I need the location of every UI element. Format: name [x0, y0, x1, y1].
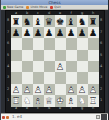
black-bishop-f8[interactable]: ♝ — [66, 16, 77, 27]
square-b6[interactable] — [22, 38, 33, 49]
square-e2[interactable] — [55, 84, 66, 95]
square-h8[interactable]: ♜ — [88, 15, 99, 26]
white-pawn-d2[interactable]: ♟♙ — [44, 84, 55, 95]
square-h4[interactable] — [88, 61, 99, 72]
square-a4[interactable] — [11, 61, 22, 72]
undo-move-icon — [26, 6, 29, 9]
square-e6[interactable] — [55, 38, 66, 49]
rank-label-4: 4 — [99, 61, 104, 72]
record-icon[interactable] — [2, 116, 5, 119]
piece-glyph: ♟ — [22, 27, 33, 38]
square-c6[interactable] — [33, 38, 44, 49]
piece-outline: ♘ — [77, 95, 88, 106]
piece-glyph: ♞ — [22, 16, 33, 27]
square-d8[interactable]: ♛ — [44, 15, 55, 26]
square-a3[interactable] — [11, 72, 22, 83]
black-pawn-e7[interactable]: ♟ — [55, 27, 66, 38]
piece-outline: ♙ — [44, 84, 55, 95]
piece-glyph: ♟ — [11, 27, 22, 38]
black-queen-d8[interactable]: ♛ — [44, 16, 55, 27]
piece-glyph: ♟ — [77, 27, 88, 38]
square-e1[interactable]: ♚♔ — [55, 95, 66, 106]
black-knight-g8[interactable]: ♞ — [77, 16, 88, 27]
square-b2[interactable]: ♟♙ — [22, 84, 33, 95]
square-b3[interactable] — [22, 72, 33, 83]
new-game-button-label: New Game — [7, 5, 23, 9]
square-c7[interactable]: ♟ — [33, 27, 44, 38]
undo-move-button-label: Undo Move — [30, 5, 47, 9]
black-pawn-a7[interactable]: ♟ — [11, 27, 22, 38]
square-c2[interactable]: ♟♙ — [33, 84, 44, 95]
square-f7[interactable]: ♟ — [66, 27, 77, 38]
square-e8[interactable]: ♚ — [55, 15, 66, 26]
piece-outline: ♙ — [55, 61, 66, 72]
file-label-g: g — [77, 107, 88, 112]
piece-outline: ♕ — [44, 95, 55, 106]
file-label-e: e — [55, 107, 66, 112]
square-c3[interactable] — [33, 72, 44, 83]
square-f3[interactable] — [66, 72, 77, 83]
square-b8[interactable]: ♞ — [22, 15, 33, 26]
white-pawn-b2[interactable]: ♟♙ — [22, 84, 33, 95]
square-a7[interactable]: ♟ — [11, 27, 22, 38]
white-bishop-c1[interactable]: ♝♗ — [33, 95, 44, 106]
square-c1[interactable]: ♝♗ — [33, 95, 44, 106]
white-pawn-h2[interactable]: ♟♙ — [88, 84, 99, 95]
square-h2[interactable]: ♟♙ — [88, 84, 99, 95]
rank-label-8: 8 — [99, 15, 104, 26]
white-pawn-g2[interactable]: ♟♙ — [77, 84, 88, 95]
file-label-a: a — [11, 107, 22, 112]
black-rook-h8[interactable]: ♜ — [88, 16, 99, 27]
square-d4[interactable] — [44, 61, 55, 72]
black-pawn-b7[interactable]: ♟ — [22, 27, 33, 38]
piece-glyph: ♜ — [88, 16, 99, 27]
white-bishop-f1[interactable]: ♝♗ — [66, 95, 77, 106]
square-d5[interactable] — [44, 50, 55, 61]
piece-outline: ♘ — [22, 95, 33, 106]
square-d7[interactable]: ♟ — [44, 27, 55, 38]
square-f6[interactable] — [66, 38, 77, 49]
square-d6[interactable] — [44, 38, 55, 49]
square-e3[interactable] — [55, 72, 66, 83]
square-a8[interactable]: ♜ — [11, 15, 22, 26]
piece-outline: ♖ — [88, 95, 99, 106]
white-king-e1[interactable]: ♚♔ — [55, 95, 66, 106]
white-rook-a1[interactable]: ♜♖ — [11, 95, 22, 106]
piece-glyph: ♞ — [77, 16, 88, 27]
white-pawn-c2[interactable]: ♟♙ — [33, 84, 44, 95]
resize-grip[interactable] — [101, 114, 107, 120]
square-a1[interactable]: ♜♖ — [11, 95, 22, 106]
quit-button-label: Quit — [54, 5, 60, 9]
piece-outline: ♖ — [11, 95, 22, 106]
white-knight-b1[interactable]: ♞♘ — [22, 95, 33, 106]
piece-outline: ♙ — [88, 84, 99, 95]
square-a6[interactable] — [11, 38, 22, 49]
black-knight-b8[interactable]: ♞ — [22, 16, 33, 27]
rank-label-7: 7 — [99, 27, 104, 38]
piece-glyph: ♟ — [66, 27, 77, 38]
square-h3[interactable] — [88, 72, 99, 83]
square-g3[interactable] — [77, 72, 88, 83]
piece-outline: ♙ — [11, 84, 22, 95]
new-game-icon — [3, 6, 6, 9]
square-c8[interactable]: ♝ — [33, 15, 44, 26]
square-g8[interactable]: ♞ — [77, 15, 88, 26]
status-bar: 1. e4 — [1, 113, 108, 120]
board-corner — [99, 107, 104, 112]
white-pawn-f2[interactable]: ♟♙ — [66, 84, 77, 95]
black-king-e8[interactable]: ♚ — [55, 16, 66, 27]
move-text: 1. e4 — [12, 114, 22, 120]
square-h7[interactable]: ♟ — [88, 27, 99, 38]
board-area: abcdefgh8♜♞♝♛♚♝♞♜87♟♟♟♟♟♟♟♟766554♟♙4332♟… — [1, 10, 108, 113]
piece-outline: ♙ — [66, 84, 77, 95]
statusbar-button[interactable] — [96, 115, 100, 119]
rank-label-5: 5 — [99, 50, 104, 61]
piece-glyph: ♟ — [55, 27, 66, 38]
square-g4[interactable] — [77, 61, 88, 72]
piece-glyph: ♝ — [33, 16, 44, 27]
white-rook-h1[interactable]: ♜♖ — [88, 95, 99, 106]
square-c5[interactable] — [33, 50, 44, 61]
quit-icon — [50, 6, 53, 9]
white-queen-d1[interactable]: ♛♕ — [44, 95, 55, 106]
marker-icon[interactable] — [6, 116, 9, 119]
square-f4[interactable] — [66, 61, 77, 72]
square-e4[interactable]: ♟♙ — [55, 61, 66, 72]
file-label-b: b — [22, 107, 33, 112]
file-label-d: d — [44, 107, 55, 112]
piece-glyph: ♟ — [88, 27, 99, 38]
file-label-f: f — [66, 107, 77, 112]
white-pawn-e4[interactable]: ♟♙ — [55, 61, 66, 72]
black-rook-a8[interactable]: ♜ — [11, 16, 22, 27]
square-g1[interactable]: ♞♘ — [77, 95, 88, 106]
rank-label-2: 2 — [99, 84, 104, 95]
black-pawn-f7[interactable]: ♟ — [66, 27, 77, 38]
file-label-c: c — [33, 107, 44, 112]
square-h1[interactable]: ♜♖ — [88, 95, 99, 106]
quit-button[interactable]: Quit — [50, 5, 60, 9]
chess-board[interactable]: abcdefgh8♜♞♝♛♚♝♞♜87♟♟♟♟♟♟♟♟766554♟♙4332♟… — [5, 10, 105, 112]
file-label-h: h — [88, 107, 99, 112]
square-e7[interactable]: ♟ — [55, 27, 66, 38]
black-bishop-c8[interactable]: ♝ — [33, 16, 44, 27]
square-d3[interactable] — [44, 72, 55, 83]
piece-glyph: ♚ — [55, 16, 66, 27]
undo-move-button[interactable]: Undo Move — [26, 5, 47, 9]
square-f2[interactable]: ♟♙ — [66, 84, 77, 95]
rank-label-6: 6 — [99, 38, 104, 49]
square-f5[interactable] — [66, 50, 77, 61]
white-pawn-a2[interactable]: ♟♙ — [11, 84, 22, 95]
square-b1[interactable]: ♞♘ — [22, 95, 33, 106]
square-d2[interactable]: ♟♙ — [44, 84, 55, 95]
rank-label-3: 3 — [99, 72, 104, 83]
square-f1[interactable]: ♝♗ — [66, 95, 77, 106]
black-pawn-h7[interactable]: ♟ — [88, 27, 99, 38]
piece-glyph: ♟ — [33, 27, 44, 38]
chess-app-window: Chess New GameUndo MoveQuit abcdefgh8♜♞♝… — [0, 0, 109, 120]
square-d1[interactable]: ♛♕ — [44, 95, 55, 106]
square-c4[interactable] — [33, 61, 44, 72]
square-g5[interactable] — [77, 50, 88, 61]
square-g2[interactable]: ♟♙ — [77, 84, 88, 95]
piece-outline: ♗ — [66, 95, 77, 106]
square-a2[interactable]: ♟♙ — [11, 84, 22, 95]
piece-glyph: ♜ — [11, 16, 22, 27]
piece-glyph: ♝ — [66, 16, 77, 27]
square-b7[interactable]: ♟ — [22, 27, 33, 38]
piece-glyph: ♛ — [44, 16, 55, 27]
black-pawn-c7[interactable]: ♟ — [33, 27, 44, 38]
square-b5[interactable] — [22, 50, 33, 61]
square-g6[interactable] — [77, 38, 88, 49]
square-g7[interactable]: ♟ — [77, 27, 88, 38]
piece-outline: ♙ — [77, 84, 88, 95]
piece-glyph: ♟ — [44, 27, 55, 38]
square-f8[interactable]: ♝ — [66, 15, 77, 26]
square-e5[interactable] — [55, 50, 66, 61]
piece-outline: ♗ — [33, 95, 44, 106]
piece-outline: ♙ — [33, 84, 44, 95]
piece-outline: ♔ — [55, 95, 66, 106]
square-b4[interactable] — [22, 61, 33, 72]
square-h6[interactable] — [88, 38, 99, 49]
black-pawn-g7[interactable]: ♟ — [77, 27, 88, 38]
white-knight-g1[interactable]: ♞♘ — [77, 95, 88, 106]
rank-label-1: 1 — [99, 95, 104, 106]
piece-outline: ♙ — [22, 84, 33, 95]
new-game-button[interactable]: New Game — [3, 5, 23, 9]
black-pawn-d7[interactable]: ♟ — [44, 27, 55, 38]
square-h5[interactable] — [88, 50, 99, 61]
square-a5[interactable] — [11, 50, 22, 61]
